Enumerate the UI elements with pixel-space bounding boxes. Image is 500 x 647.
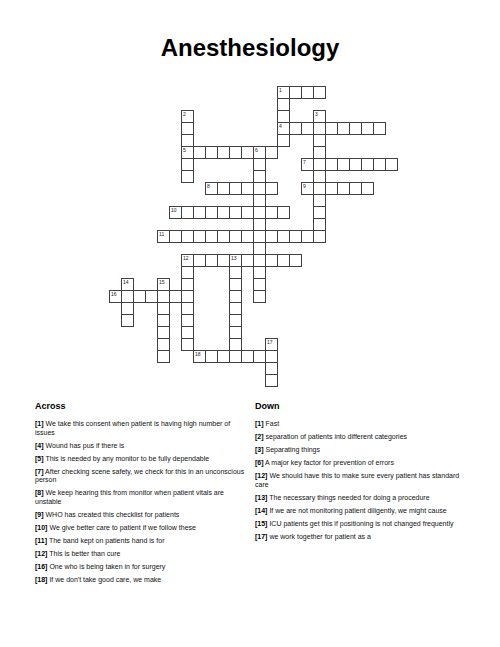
clue-number: [17]	[255, 533, 267, 540]
grid-cell-r16c1[interactable]: 14	[121, 278, 134, 291]
clue-down-3: [3] Separating things	[255, 446, 469, 455]
cell-number-18: 18	[195, 351, 201, 357]
clue-across-8: [8] We keep hearing this from monitor wh…	[35, 489, 247, 506]
cell-number-12: 12	[183, 255, 189, 261]
clue-down-6: [6] A major key factor for prevention of…	[255, 459, 469, 468]
across-clues-column: Across [1] We take this consent when pat…	[35, 401, 247, 589]
cell-number-11: 11	[159, 231, 164, 237]
clue-across-18: [18] If we don't take good care, we make	[35, 576, 247, 585]
clue-number: [12]	[35, 550, 47, 557]
cell-number-1: 1	[279, 87, 282, 93]
clue-number: [2]	[255, 433, 264, 440]
cell-number-9: 9	[303, 183, 306, 189]
down-clue-list: [1] Fast[2] separation of patients into …	[255, 420, 469, 541]
across-clue-list: [1] We take this consent when patient is…	[35, 420, 247, 584]
cell-number-16: 16	[111, 291, 117, 297]
clue-across-5: [5] This is needed by any monitor to be …	[35, 455, 247, 464]
grid-cell-r5c13[interactable]	[265, 146, 278, 159]
grid-cell-r7c6[interactable]	[181, 170, 194, 183]
clue-number: [15]	[255, 520, 267, 527]
cell-number-2: 2	[183, 111, 186, 117]
clue-number: [14]	[255, 507, 267, 514]
clue-number: [12]	[255, 472, 267, 479]
grid-cell-r16c6[interactable]	[181, 278, 194, 291]
cell-number-8: 8	[207, 183, 210, 189]
clue-number: [1]	[255, 420, 264, 427]
clue-number: [18]	[35, 576, 47, 583]
cell-number-6: 6	[255, 147, 258, 153]
clue-number: [10]	[35, 524, 47, 531]
grid-cell-r2c14[interactable]	[277, 110, 290, 123]
cell-number-14: 14	[123, 279, 129, 285]
clue-number: [3]	[255, 446, 264, 453]
cell-number-15: 15	[159, 279, 165, 285]
grid-cell-r8c21[interactable]	[361, 182, 374, 195]
grid-cell-r21c6[interactable]	[181, 338, 194, 351]
clue-number: [4]	[35, 442, 44, 449]
clue-across-16: [16] One who is being taken in for surge…	[35, 563, 247, 572]
grid-cell-r22c4[interactable]	[157, 350, 170, 363]
grid-cell-r8c13[interactable]	[265, 182, 278, 195]
grid-cell-r11c17[interactable]	[313, 218, 326, 231]
grid-cell-r7c12[interactable]	[253, 170, 266, 183]
grid-cell-r10c14[interactable]	[277, 206, 290, 219]
grid-cell-r11c12[interactable]	[253, 218, 266, 231]
grid-cell-r6c23[interactable]	[385, 158, 398, 171]
clue-number: [8]	[35, 489, 44, 496]
grid-cell-r12c17[interactable]	[313, 230, 326, 243]
grid-cell-r17c12[interactable]	[253, 290, 266, 303]
grid-cell-r9c12[interactable]	[253, 194, 266, 207]
grid-cell-r16c4[interactable]: 15	[157, 278, 170, 291]
grid-cell-r3c22[interactable]	[373, 122, 386, 135]
across-header: Across	[35, 401, 247, 411]
grid-cell-r14c15[interactable]	[289, 254, 302, 267]
cell-number-10: 10	[171, 207, 177, 213]
clue-down-1: [1] Fast	[255, 420, 469, 429]
grid-cell-r4c14[interactable]	[277, 134, 290, 147]
clue-across-11: [11] The band kept on patients hand is f…	[35, 537, 247, 546]
clue-number: [6]	[255, 459, 264, 466]
clue-across-4: [4] Wound has pus if there is	[35, 442, 247, 451]
grid-cell-r4c6[interactable]	[181, 134, 194, 147]
clue-down-15: [15] ICU patients get this if positionin…	[255, 520, 469, 529]
cell-number-17: 17	[267, 339, 273, 345]
cell-number-13: 13	[231, 255, 237, 261]
clue-number: [11]	[35, 537, 47, 544]
clue-down-12: [12] We should have this to make sure ev…	[255, 472, 469, 489]
cell-number-4: 4	[279, 123, 282, 129]
clue-number: [9]	[35, 511, 44, 518]
grid-cell-r2c17[interactable]: 3	[313, 110, 326, 123]
grid-cell-r21c10[interactable]	[229, 338, 242, 351]
grid-cell-r24c13[interactable]	[265, 374, 278, 387]
clue-number: [13]	[255, 494, 267, 501]
clue-number: [5]	[35, 455, 44, 462]
clue-across-1: [1] We take this consent when patient is…	[35, 420, 247, 437]
clue-across-10: [10] We give better care to patient if w…	[35, 524, 247, 533]
grid-cell-r19c1[interactable]	[121, 314, 134, 327]
crossword-page: Anesthesiology 1456789101112131618231415…	[0, 0, 500, 647]
cell-number-5: 5	[183, 147, 186, 153]
grid-cell-r7c17[interactable]	[313, 170, 326, 183]
clue-across-9: [9] WHO has created this checklist for p…	[35, 511, 247, 520]
clue-number: [1]	[35, 420, 44, 427]
clue-across-12: [12] This is better than cure	[35, 550, 247, 559]
cell-number-7: 7	[303, 159, 306, 165]
grid-cell-r5c17[interactable]	[313, 146, 326, 159]
crossword-grid: 145678910111213161823141517	[0, 0, 500, 400]
down-clues-column: Down [1] Fast[2] separation of patients …	[255, 401, 469, 546]
clue-across-7: [7] After checking scene safety, we chec…	[35, 468, 247, 485]
down-header: Down	[255, 401, 469, 411]
clue-number: [16]	[35, 563, 47, 570]
clue-down-2: [2] separation of patients into differen…	[255, 433, 469, 442]
grid-cell-r13c12[interactable]	[253, 242, 266, 255]
grid-cell-r21c13[interactable]: 17	[265, 338, 278, 351]
clue-down-14: [14] If we are not monitoring patient di…	[255, 507, 469, 516]
grid-cell-r0c17[interactable]	[313, 86, 326, 99]
clue-down-17: [17] we work together for patient as a	[255, 533, 469, 542]
cell-number-3: 3	[315, 111, 318, 117]
clue-number: [7]	[35, 468, 44, 475]
clue-down-13: [13] The necessary things needed for doi…	[255, 494, 469, 503]
